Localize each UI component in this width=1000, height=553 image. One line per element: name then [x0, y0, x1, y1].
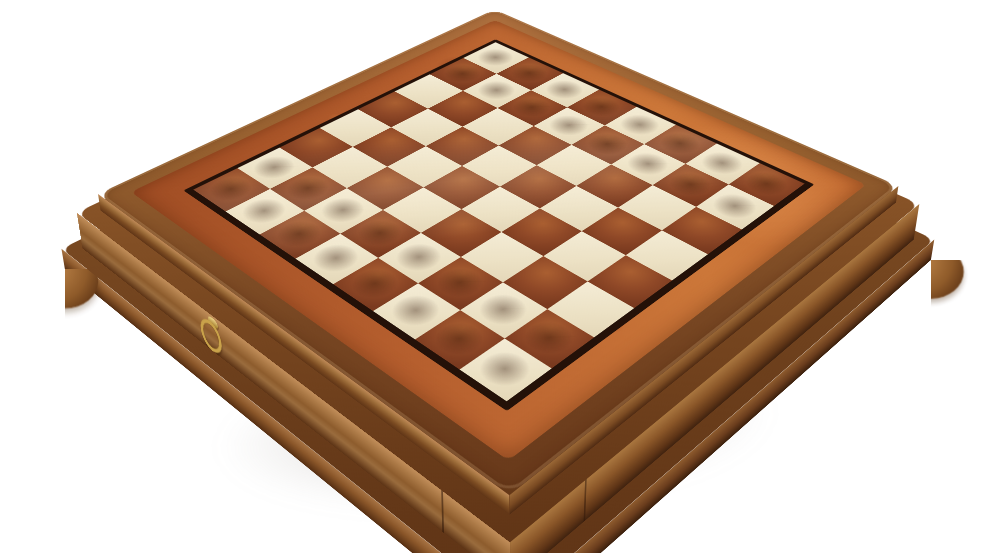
scene-3d: ♜♞♝♛♚♝♞♜♟♟♟♟♟♟♟♟♟♟♟♟♟♟♟♟♜♞♝♛♚♝♞♜ [0, 0, 1000, 553]
pawn-glyph: ♟ [653, 142, 817, 210]
drawer-seam [441, 490, 444, 533]
scene-viewport: ♜♞♝♛♚♝♞♜♟♟♟♟♟♟♟♟♟♟♟♟♟♟♟♟♜♞♝♛♚♝♞♜ [0, 0, 1000, 553]
rook-glyph: ♜ [409, 275, 603, 373]
drawer-side-seam [584, 479, 587, 522]
